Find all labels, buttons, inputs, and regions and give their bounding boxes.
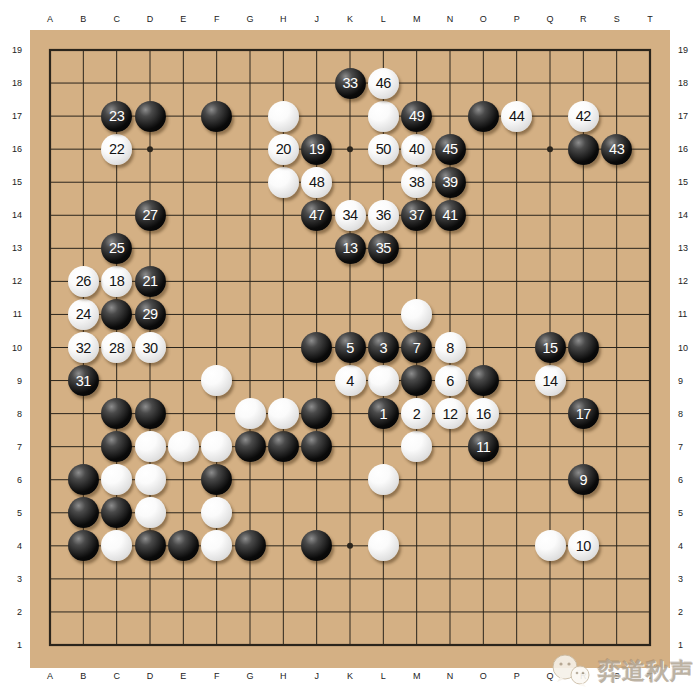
stone-move-25[interactable]: 25 [101,233,132,264]
col-label-top: H [273,14,293,24]
stone-black-R16[interactable] [568,134,599,165]
row-label-right: 18 [678,78,698,88]
stone-move-18[interactable]: 18 [101,266,132,297]
stone-move-45[interactable]: 45 [435,134,466,165]
col-label-bottom: G [240,671,260,681]
col-label-bottom: A [40,671,60,681]
col-label-bottom: S [607,671,627,681]
stone-move-8[interactable]: 8 [435,332,466,363]
row-label-right: 17 [678,111,698,121]
stone-black-B4[interactable] [68,530,99,561]
row-label-right: 10 [678,343,698,353]
stone-move-40[interactable]: 40 [401,134,432,165]
col-label-bottom: P [507,671,527,681]
col-label-bottom: K [340,671,360,681]
stone-move-41[interactable]: 41 [435,200,466,231]
row-label-right: 8 [678,409,698,419]
stone-move-43[interactable]: 43 [601,134,632,165]
stone-white-L17[interactable] [368,101,399,132]
row-label-left: 13 [2,243,22,253]
row-label-left: 14 [2,210,22,220]
stone-move-12[interactable]: 12 [435,398,466,429]
row-label-left: 3 [2,574,22,584]
col-label-top: G [240,14,260,24]
col-label-bottom: L [373,671,393,681]
stone-move-4[interactable]: 4 [335,365,366,396]
stone-white-L4[interactable] [368,530,399,561]
stone-black-M9[interactable] [401,365,432,396]
col-label-top: J [307,14,327,24]
row-label-right: 3 [678,574,698,584]
stone-move-31[interactable]: 31 [68,365,99,396]
col-label-top: L [373,14,393,24]
stone-move-50[interactable]: 50 [368,134,399,165]
stone-move-28[interactable]: 28 [101,332,132,363]
stone-black-D17[interactable] [135,101,166,132]
stone-move-27[interactable]: 27 [135,200,166,231]
stone-move-11[interactable]: 11 [468,431,499,462]
col-label-top: Q [540,14,560,24]
stone-black-B5[interactable] [68,497,99,528]
stone-black-D4[interactable] [135,530,166,561]
row-label-right: 1 [678,640,698,650]
col-label-bottom: Q [540,671,560,681]
stone-move-13[interactable]: 13 [335,233,366,264]
stone-move-3[interactable]: 3 [368,332,399,363]
stone-move-26[interactable]: 26 [68,266,99,297]
stone-black-B6[interactable] [68,464,99,495]
star-point [547,146,553,152]
stone-black-H7[interactable] [268,431,299,462]
row-label-right: 13 [678,243,698,253]
col-label-top: F [207,14,227,24]
row-label-left: 15 [2,177,22,187]
col-label-bottom: B [73,671,93,681]
stone-move-47[interactable]: 47 [301,200,332,231]
star-point [147,146,153,152]
stone-move-14[interactable]: 14 [535,365,566,396]
stone-move-29[interactable]: 29 [135,299,166,330]
stone-move-10[interactable]: 10 [568,530,599,561]
stone-black-R10[interactable] [568,332,599,363]
row-label-left: 11 [2,309,22,319]
col-label-top: S [607,14,627,24]
row-label-right: 12 [678,276,698,286]
col-label-top: C [107,14,127,24]
col-label-bottom: C [107,671,127,681]
stone-white-M11[interactable] [401,299,432,330]
stone-move-1[interactable]: 1 [368,398,399,429]
row-label-right: 15 [678,177,698,187]
stone-move-37[interactable]: 37 [401,200,432,231]
col-label-bottom: J [307,671,327,681]
row-label-left: 10 [2,343,22,353]
stone-move-19[interactable]: 19 [301,134,332,165]
stone-white-D7[interactable] [135,431,166,462]
row-label-right: 19 [678,45,698,55]
row-label-left: 7 [2,442,22,452]
col-label-top: E [173,14,193,24]
stone-move-46[interactable]: 46 [368,68,399,99]
col-label-bottom: H [273,671,293,681]
col-label-bottom: O [473,671,493,681]
row-label-left: 6 [2,475,22,485]
stone-black-C11[interactable] [101,299,132,330]
go-diagram: AABBCCDDEEFFGGHHJJKKLLMMNNOOPPQQRRSSTT19… [0,0,700,700]
stone-move-48[interactable]: 48 [301,167,332,198]
stone-white-L6[interactable] [368,464,399,495]
col-label-top: N [440,14,460,24]
stone-black-O9[interactable] [468,365,499,396]
stone-white-G8[interactable] [235,398,266,429]
stone-white-L9[interactable] [368,365,399,396]
col-label-top: R [573,14,593,24]
col-label-top: K [340,14,360,24]
row-label-right: 5 [678,508,698,518]
stone-move-9[interactable]: 9 [568,464,599,495]
stone-white-H15[interactable] [268,167,299,198]
stone-white-E7[interactable] [168,431,199,462]
col-label-top: P [507,14,527,24]
stone-black-G7[interactable] [235,431,266,462]
stone-white-F9[interactable] [201,365,232,396]
row-label-left: 19 [2,45,22,55]
row-label-right: 7 [678,442,698,452]
row-label-left: 9 [2,376,22,386]
stone-white-H8[interactable] [268,398,299,429]
stone-move-24[interactable]: 24 [68,299,99,330]
col-label-top: O [473,14,493,24]
stone-move-30[interactable]: 30 [135,332,166,363]
stone-move-15[interactable]: 15 [535,332,566,363]
col-label-top: D [140,14,160,24]
col-label-bottom: M [407,671,427,681]
stone-move-36[interactable]: 36 [368,200,399,231]
stone-white-Q4[interactable] [535,530,566,561]
stone-move-35[interactable]: 35 [368,233,399,264]
stone-move-17[interactable]: 17 [568,398,599,429]
row-label-left: 17 [2,111,22,121]
row-label-left: 1 [2,640,22,650]
stone-move-33[interactable]: 33 [335,68,366,99]
row-label-left: 5 [2,508,22,518]
stone-move-23[interactable]: 23 [101,101,132,132]
stone-move-38[interactable]: 38 [401,167,432,198]
col-label-bottom: T [640,671,660,681]
star-point [347,146,353,152]
stone-move-7[interactable]: 7 [401,332,432,363]
row-label-left: 12 [2,276,22,286]
col-label-top: M [407,14,427,24]
col-label-bottom: F [207,671,227,681]
stone-black-J10[interactable] [301,332,332,363]
row-label-left: 18 [2,78,22,88]
row-label-right: 14 [678,210,698,220]
stone-move-6[interactable]: 6 [435,365,466,396]
stone-black-D8[interactable] [135,398,166,429]
stone-white-D6[interactable] [135,464,166,495]
col-label-top: B [73,14,93,24]
stone-move-22[interactable]: 22 [101,134,132,165]
stone-black-G4[interactable] [235,530,266,561]
row-label-right: 16 [678,144,698,154]
row-label-right: 2 [678,607,698,617]
col-label-bottom: D [140,671,160,681]
row-label-left: 8 [2,409,22,419]
stone-move-21[interactable]: 21 [135,266,166,297]
stone-move-49[interactable]: 49 [401,101,432,132]
stone-move-5[interactable]: 5 [335,332,366,363]
stone-move-39[interactable]: 39 [435,167,466,198]
stone-move-44[interactable]: 44 [501,101,532,132]
col-label-bottom: R [573,671,593,681]
stone-black-F17[interactable] [201,101,232,132]
col-label-bottom: N [440,671,460,681]
stone-white-H17[interactable] [268,101,299,132]
col-label-top: T [640,14,660,24]
stone-black-O17[interactable] [468,101,499,132]
col-label-top: A [40,14,60,24]
stone-move-42[interactable]: 42 [568,101,599,132]
stone-move-16[interactable]: 16 [468,398,499,429]
row-label-right: 11 [678,309,698,319]
row-label-left: 2 [2,607,22,617]
stone-move-34[interactable]: 34 [335,200,366,231]
stone-white-D5[interactable] [135,497,166,528]
stone-move-32[interactable]: 32 [68,332,99,363]
row-label-right: 6 [678,475,698,485]
star-point [347,543,353,549]
stone-move-20[interactable]: 20 [268,134,299,165]
row-label-right: 9 [678,376,698,386]
row-label-right: 4 [678,541,698,551]
col-label-bottom: E [173,671,193,681]
row-label-left: 4 [2,541,22,551]
row-label-left: 16 [2,144,22,154]
stone-black-E4[interactable] [168,530,199,561]
